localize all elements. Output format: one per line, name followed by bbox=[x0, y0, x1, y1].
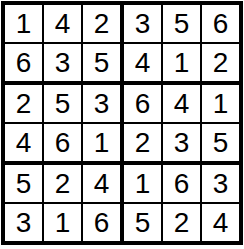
sudoku-board-container: 142356635412253641461235524163316524 bbox=[0, 0, 244, 246]
sudoku-cell-r1c1[interactable]: 1 bbox=[5, 5, 44, 44]
sudoku-cell-r3c5[interactable]: 4 bbox=[163, 85, 202, 124]
sudoku-cell-r3c3[interactable]: 3 bbox=[83, 85, 124, 124]
sudoku-cell-r6c1[interactable]: 3 bbox=[5, 204, 44, 241]
sudoku-cell-r6c2[interactable]: 1 bbox=[44, 204, 83, 241]
sudoku-cell-r6c4[interactable]: 5 bbox=[124, 204, 163, 241]
sudoku-cell-r1c5[interactable]: 5 bbox=[163, 5, 202, 44]
sudoku-cell-r1c6[interactable]: 6 bbox=[202, 5, 239, 44]
sudoku-cell-r4c5[interactable]: 3 bbox=[163, 124, 202, 165]
sudoku-cell-r3c6[interactable]: 1 bbox=[202, 85, 239, 124]
sudoku-cell-r4c6[interactable]: 5 bbox=[202, 124, 239, 165]
sudoku-cell-r4c2[interactable]: 6 bbox=[44, 124, 83, 165]
sudoku-cell-r3c1[interactable]: 2 bbox=[5, 85, 44, 124]
sudoku-cell-r2c3[interactable]: 5 bbox=[83, 44, 124, 85]
sudoku-cell-r5c1[interactable]: 5 bbox=[5, 165, 44, 204]
sudoku-cell-r2c4[interactable]: 4 bbox=[124, 44, 163, 85]
sudoku-cell-r2c1[interactable]: 6 bbox=[5, 44, 44, 85]
sudoku-cell-r2c6[interactable]: 2 bbox=[202, 44, 239, 85]
sudoku-cell-r5c6[interactable]: 3 bbox=[202, 165, 239, 204]
sudoku-cell-r6c5[interactable]: 2 bbox=[163, 204, 202, 241]
sudoku-cell-r5c4[interactable]: 1 bbox=[124, 165, 163, 204]
sudoku-cell-r4c3[interactable]: 1 bbox=[83, 124, 124, 165]
sudoku-cell-r1c4[interactable]: 3 bbox=[124, 5, 163, 44]
sudoku-cell-r5c5[interactable]: 6 bbox=[163, 165, 202, 204]
sudoku-cell-r6c6[interactable]: 4 bbox=[202, 204, 239, 241]
sudoku-board: 142356635412253641461235524163316524 bbox=[1, 1, 243, 245]
sudoku-cell-r6c3[interactable]: 6 bbox=[83, 204, 124, 241]
sudoku-cell-r3c4[interactable]: 6 bbox=[124, 85, 163, 124]
sudoku-cell-r2c5[interactable]: 1 bbox=[163, 44, 202, 85]
sudoku-cell-r4c4[interactable]: 2 bbox=[124, 124, 163, 165]
sudoku-cell-r5c2[interactable]: 2 bbox=[44, 165, 83, 204]
sudoku-cell-r1c2[interactable]: 4 bbox=[44, 5, 83, 44]
sudoku-cell-r4c1[interactable]: 4 bbox=[5, 124, 44, 165]
sudoku-cell-r2c2[interactable]: 3 bbox=[44, 44, 83, 85]
sudoku-cell-r1c3[interactable]: 2 bbox=[83, 5, 124, 44]
sudoku-cell-r3c2[interactable]: 5 bbox=[44, 85, 83, 124]
sudoku-cell-r5c3[interactable]: 4 bbox=[83, 165, 124, 204]
